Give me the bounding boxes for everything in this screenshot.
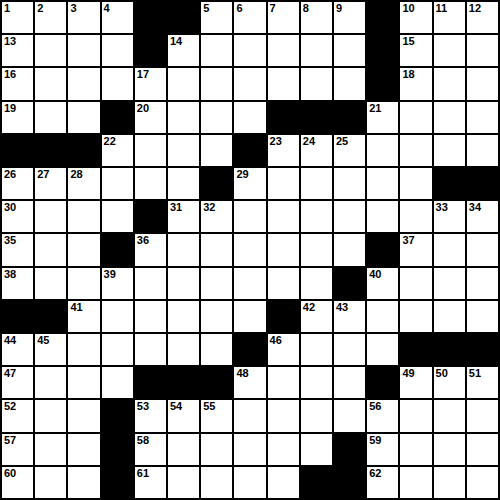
black-cell-r11c4 <box>135 367 166 398</box>
clue-number-4: 4 <box>104 2 110 15</box>
clue-number-50: 50 <box>436 367 448 380</box>
clue-number-51: 51 <box>469 367 481 380</box>
cell-r5c10[interactable] <box>334 168 365 199</box>
cell-r1c3[interactable] <box>102 35 133 66</box>
cell-r12c7[interactable] <box>234 400 265 431</box>
cell-r1c9[interactable] <box>301 35 332 66</box>
black-cell-r4c7 <box>234 135 265 166</box>
cell-r9c12[interactable] <box>400 301 431 332</box>
cell-r13c8[interactable] <box>268 434 299 465</box>
cell-r10c4[interactable] <box>135 334 166 365</box>
cell-r3c0[interactable]: 19 <box>2 102 33 133</box>
clue-number-59: 59 <box>369 434 381 447</box>
cell-r1c1[interactable] <box>35 35 66 66</box>
cell-r7c0[interactable]: 35 <box>2 234 33 265</box>
cell-r2c9[interactable] <box>301 68 332 99</box>
cell-r14c13[interactable] <box>434 467 465 498</box>
clue-number-9: 9 <box>336 2 342 15</box>
cell-r5c5[interactable] <box>168 168 199 199</box>
cell-r7c1[interactable] <box>35 234 66 265</box>
cell-r13c7[interactable] <box>234 434 265 465</box>
cell-r1c2[interactable] <box>68 35 99 66</box>
cell-r11c9[interactable] <box>301 367 332 398</box>
cell-r4c3[interactable]: 22 <box>102 135 133 166</box>
clue-number-31: 31 <box>170 201 182 214</box>
cell-r14c11[interactable]: 62 <box>367 467 398 498</box>
cell-r8c8[interactable] <box>268 268 299 299</box>
clue-number-21: 21 <box>369 102 381 115</box>
cell-r14c7[interactable] <box>234 467 265 498</box>
cell-r13c2[interactable] <box>68 434 99 465</box>
clue-number-42: 42 <box>303 301 315 314</box>
black-cell-r0c5 <box>168 2 199 33</box>
cell-r9c6[interactable] <box>201 301 232 332</box>
cell-r0c10[interactable]: 9 <box>334 2 365 33</box>
cell-r7c6[interactable] <box>201 234 232 265</box>
cell-r11c2[interactable] <box>68 367 99 398</box>
cell-r12c10[interactable] <box>334 400 365 431</box>
cell-r3c13[interactable] <box>434 102 465 133</box>
cell-r4c12[interactable] <box>400 135 431 166</box>
black-cell-r11c5 <box>168 367 199 398</box>
cell-r1c14[interactable] <box>467 35 498 66</box>
cell-r5c11[interactable] <box>367 168 398 199</box>
clue-number-48: 48 <box>236 367 248 380</box>
cell-r10c3[interactable] <box>102 334 133 365</box>
cell-r2c2[interactable] <box>68 68 99 99</box>
clue-number-60: 60 <box>4 467 16 480</box>
cell-r9c13[interactable] <box>434 301 465 332</box>
cell-r0c7[interactable]: 6 <box>234 2 265 33</box>
clue-number-15: 15 <box>402 35 414 48</box>
cell-r2c5[interactable] <box>168 68 199 99</box>
black-cell-r4c0 <box>2 135 33 166</box>
cell-r7c8[interactable] <box>268 234 299 265</box>
cell-r12c13[interactable] <box>434 400 465 431</box>
cell-r6c5[interactable]: 31 <box>168 201 199 232</box>
clue-number-36: 36 <box>137 234 149 247</box>
cell-r0c3[interactable]: 4 <box>102 2 133 33</box>
clue-number-24: 24 <box>303 135 315 148</box>
clue-number-53: 53 <box>137 400 149 413</box>
cell-r6c10[interactable] <box>334 201 365 232</box>
cell-r7c13[interactable] <box>434 234 465 265</box>
cell-r10c10[interactable] <box>334 334 365 365</box>
cell-r11c8[interactable] <box>268 367 299 398</box>
clue-number-28: 28 <box>70 168 82 181</box>
cell-r12c4[interactable]: 53 <box>135 400 166 431</box>
clue-number-14: 14 <box>170 35 182 48</box>
cell-r13c0[interactable]: 57 <box>2 434 33 465</box>
cell-r5c7[interactable]: 29 <box>234 168 265 199</box>
clue-number-33: 33 <box>436 201 448 214</box>
cell-r3c1[interactable] <box>35 102 66 133</box>
cell-r5c8[interactable] <box>268 168 299 199</box>
clue-number-22: 22 <box>104 135 116 148</box>
cell-r3c11[interactable]: 21 <box>367 102 398 133</box>
cell-r8c1[interactable] <box>35 268 66 299</box>
cell-r3c14[interactable] <box>467 102 498 133</box>
cell-r6c3[interactable] <box>102 201 133 232</box>
cell-r0c8[interactable]: 7 <box>268 2 299 33</box>
black-cell-r6c4 <box>135 201 166 232</box>
cell-r9c9[interactable]: 42 <box>301 301 332 332</box>
cell-r14c6[interactable] <box>201 467 232 498</box>
cell-r2c10[interactable] <box>334 68 365 99</box>
black-cell-r3c3 <box>102 102 133 133</box>
black-cell-r10c13 <box>434 334 465 365</box>
clue-number-62: 62 <box>369 467 381 480</box>
cell-r0c13[interactable]: 11 <box>434 2 465 33</box>
cell-r7c7[interactable] <box>234 234 265 265</box>
black-cell-r13c10 <box>334 434 365 465</box>
cell-r7c4[interactable]: 36 <box>135 234 166 265</box>
black-cell-r5c13 <box>434 168 465 199</box>
cell-r1c5[interactable]: 14 <box>168 35 199 66</box>
clue-number-44: 44 <box>4 334 16 347</box>
clue-number-1: 1 <box>4 2 10 15</box>
clue-number-37: 37 <box>402 234 414 247</box>
cell-r12c9[interactable] <box>301 400 332 431</box>
cell-r3c4[interactable]: 20 <box>135 102 166 133</box>
clue-number-6: 6 <box>236 2 242 15</box>
cell-r13c6[interactable] <box>201 434 232 465</box>
cell-r0c0[interactable]: 1 <box>2 2 33 33</box>
cell-r9c5[interactable] <box>168 301 199 332</box>
cell-r6c7[interactable] <box>234 201 265 232</box>
clue-number-34: 34 <box>469 201 481 214</box>
black-cell-r14c3 <box>102 467 133 498</box>
cell-r10c6[interactable] <box>201 334 232 365</box>
cell-r9c14[interactable] <box>467 301 498 332</box>
cell-r1c6[interactable] <box>201 35 232 66</box>
clue-number-17: 17 <box>137 68 149 81</box>
cell-r14c0[interactable]: 60 <box>2 467 33 498</box>
clue-number-46: 46 <box>270 334 282 347</box>
black-cell-r10c12 <box>400 334 431 365</box>
black-cell-r3c8 <box>268 102 299 133</box>
cell-r5c3[interactable] <box>102 168 133 199</box>
cell-r1c10[interactable] <box>334 35 365 66</box>
clue-number-35: 35 <box>4 234 16 247</box>
clue-number-3: 3 <box>70 2 76 15</box>
clue-number-32: 32 <box>203 201 215 214</box>
black-cell-r7c11 <box>367 234 398 265</box>
cell-r4c6[interactable] <box>201 135 232 166</box>
cell-r8c2[interactable] <box>68 268 99 299</box>
clue-number-45: 45 <box>37 334 49 347</box>
cell-r13c9[interactable] <box>301 434 332 465</box>
cell-r14c1[interactable] <box>35 467 66 498</box>
cell-r2c7[interactable] <box>234 68 265 99</box>
cell-r3c7[interactable] <box>234 102 265 133</box>
cell-r12c6[interactable]: 55 <box>201 400 232 431</box>
cell-r8c11[interactable]: 40 <box>367 268 398 299</box>
black-cell-r3c9 <box>301 102 332 133</box>
cell-r4c8[interactable]: 23 <box>268 135 299 166</box>
black-cell-r4c1 <box>35 135 66 166</box>
clue-number-30: 30 <box>4 201 16 214</box>
black-cell-r0c4 <box>135 2 166 33</box>
cell-r12c8[interactable] <box>268 400 299 431</box>
cell-r0c9[interactable]: 8 <box>301 2 332 33</box>
clue-number-23: 23 <box>270 135 282 148</box>
cell-r13c13[interactable] <box>434 434 465 465</box>
cell-r2c6[interactable] <box>201 68 232 99</box>
cell-r2c8[interactable] <box>268 68 299 99</box>
cell-r10c0[interactable]: 44 <box>2 334 33 365</box>
cell-r7c2[interactable] <box>68 234 99 265</box>
cell-r8c12[interactable] <box>400 268 431 299</box>
clue-number-43: 43 <box>336 301 348 314</box>
clue-number-2: 2 <box>37 2 43 15</box>
cell-r14c5[interactable] <box>168 467 199 498</box>
cell-r11c3[interactable] <box>102 367 133 398</box>
cell-r7c9[interactable] <box>301 234 332 265</box>
clue-number-11: 11 <box>436 2 448 15</box>
cell-r8c5[interactable] <box>168 268 199 299</box>
clue-number-41: 41 <box>70 301 82 314</box>
clue-number-40: 40 <box>369 268 381 281</box>
cell-r7c12[interactable]: 37 <box>400 234 431 265</box>
cell-r13c4[interactable]: 58 <box>135 434 166 465</box>
cell-r11c14[interactable]: 51 <box>467 367 498 398</box>
cell-r11c13[interactable]: 50 <box>434 367 465 398</box>
cell-r0c2[interactable]: 3 <box>68 2 99 33</box>
clue-number-27: 27 <box>37 168 49 181</box>
clue-number-29: 29 <box>236 168 248 181</box>
cell-r6c1[interactable] <box>35 201 66 232</box>
cell-r1c12[interactable]: 15 <box>400 35 431 66</box>
crossword-grid: 1234567891011121314151617181920212223242… <box>0 0 500 500</box>
cell-r5c12[interactable] <box>400 168 431 199</box>
black-cell-r12c3 <box>102 400 133 431</box>
cell-r3c5[interactable] <box>168 102 199 133</box>
cell-r9c7[interactable] <box>234 301 265 332</box>
cell-r1c13[interactable] <box>434 35 465 66</box>
cell-r5c4[interactable] <box>135 168 166 199</box>
cell-r10c5[interactable] <box>168 334 199 365</box>
clue-number-7: 7 <box>270 2 276 15</box>
cell-r9c11[interactable] <box>367 301 398 332</box>
cell-r8c14[interactable] <box>467 268 498 299</box>
cell-r14c14[interactable] <box>467 467 498 498</box>
clue-number-56: 56 <box>369 400 381 413</box>
cell-r8c7[interactable] <box>234 268 265 299</box>
clue-number-5: 5 <box>203 2 209 15</box>
cell-r6c2[interactable] <box>68 201 99 232</box>
cell-r9c3[interactable] <box>102 301 133 332</box>
black-cell-r11c6 <box>201 367 232 398</box>
cell-r2c3[interactable] <box>102 68 133 99</box>
cell-r11c10[interactable] <box>334 367 365 398</box>
cell-r6c13[interactable]: 33 <box>434 201 465 232</box>
black-cell-r3c10 <box>334 102 365 133</box>
cell-r7c14[interactable] <box>467 234 498 265</box>
cell-r7c5[interactable] <box>168 234 199 265</box>
cell-r6c8[interactable] <box>268 201 299 232</box>
cell-r5c9[interactable] <box>301 168 332 199</box>
black-cell-r1c11 <box>367 35 398 66</box>
cell-r13c14[interactable] <box>467 434 498 465</box>
cell-r12c11[interactable]: 56 <box>367 400 398 431</box>
clue-number-8: 8 <box>303 2 309 15</box>
clue-number-18: 18 <box>402 68 414 81</box>
cell-r0c14[interactable]: 12 <box>467 2 498 33</box>
black-cell-r10c7 <box>234 334 265 365</box>
cell-r4c13[interactable] <box>434 135 465 166</box>
cell-r8c9[interactable] <box>301 268 332 299</box>
cell-r0c6[interactable]: 5 <box>201 2 232 33</box>
clue-number-61: 61 <box>137 467 149 480</box>
clue-number-26: 26 <box>4 168 16 181</box>
black-cell-r11c11 <box>367 367 398 398</box>
cell-r6c9[interactable] <box>301 201 332 232</box>
clue-number-54: 54 <box>170 400 182 413</box>
cell-r10c1[interactable]: 45 <box>35 334 66 365</box>
clue-number-49: 49 <box>402 367 414 380</box>
cell-r11c1[interactable] <box>35 367 66 398</box>
black-cell-r9c1 <box>35 301 66 332</box>
cell-r13c5[interactable] <box>168 434 199 465</box>
clue-number-13: 13 <box>4 35 16 48</box>
cell-r4c9[interactable]: 24 <box>301 135 332 166</box>
clue-number-52: 52 <box>4 400 16 413</box>
cell-r9c2[interactable]: 41 <box>68 301 99 332</box>
cell-r6c11[interactable] <box>367 201 398 232</box>
clue-number-10: 10 <box>402 2 414 15</box>
cell-r0c1[interactable]: 2 <box>35 2 66 33</box>
cell-r5c1[interactable]: 27 <box>35 168 66 199</box>
cell-r8c4[interactable] <box>135 268 166 299</box>
clue-number-19: 19 <box>4 102 16 115</box>
cell-r3c2[interactable] <box>68 102 99 133</box>
clue-number-12: 12 <box>469 2 481 15</box>
cell-r2c4[interactable]: 17 <box>135 68 166 99</box>
cell-r11c0[interactable]: 47 <box>2 367 33 398</box>
cell-r5c2[interactable]: 28 <box>68 168 99 199</box>
black-cell-r0c11 <box>367 2 398 33</box>
cell-r9c4[interactable] <box>135 301 166 332</box>
cell-r4c4[interactable] <box>135 135 166 166</box>
cell-r10c9[interactable] <box>301 334 332 365</box>
black-cell-r14c10 <box>334 467 365 498</box>
cell-r2c0[interactable]: 16 <box>2 68 33 99</box>
cell-r11c12[interactable]: 49 <box>400 367 431 398</box>
cell-r1c0[interactable]: 13 <box>2 35 33 66</box>
clue-number-57: 57 <box>4 434 16 447</box>
cell-r8c13[interactable] <box>434 268 465 299</box>
cell-r12c5[interactable]: 54 <box>168 400 199 431</box>
cell-r12c12[interactable] <box>400 400 431 431</box>
cell-r13c1[interactable] <box>35 434 66 465</box>
cell-r2c1[interactable] <box>35 68 66 99</box>
cell-r7c10[interactable] <box>334 234 365 265</box>
clue-number-25: 25 <box>336 135 348 148</box>
cell-r9c10[interactable]: 43 <box>334 301 365 332</box>
cell-r10c2[interactable] <box>68 334 99 365</box>
cell-r2c13[interactable] <box>434 68 465 99</box>
cell-r10c8[interactable]: 46 <box>268 334 299 365</box>
cell-r14c2[interactable] <box>68 467 99 498</box>
black-cell-r1c4 <box>135 35 166 66</box>
cell-r11c7[interactable]: 48 <box>234 367 265 398</box>
black-cell-r5c6 <box>201 168 232 199</box>
cell-r13c12[interactable] <box>400 434 431 465</box>
cell-r14c12[interactable] <box>400 467 431 498</box>
clue-number-47: 47 <box>4 367 16 380</box>
black-cell-r7c3 <box>102 234 133 265</box>
cell-r1c7[interactable] <box>234 35 265 66</box>
cell-r3c12[interactable] <box>400 102 431 133</box>
cell-r4c5[interactable] <box>168 135 199 166</box>
cell-r14c8[interactable] <box>268 467 299 498</box>
cell-r3c6[interactable] <box>201 102 232 133</box>
cell-r8c6[interactable] <box>201 268 232 299</box>
cell-r6c6[interactable]: 32 <box>201 201 232 232</box>
clue-number-55: 55 <box>203 400 215 413</box>
clue-number-20: 20 <box>137 102 149 115</box>
clue-number-38: 38 <box>4 268 16 281</box>
black-cell-r13c3 <box>102 434 133 465</box>
cell-r8c3[interactable]: 39 <box>102 268 133 299</box>
black-cell-r14c9 <box>301 467 332 498</box>
cell-r4c11[interactable] <box>367 135 398 166</box>
cell-r12c0[interactable]: 52 <box>2 400 33 431</box>
cell-r13c11[interactable]: 59 <box>367 434 398 465</box>
black-cell-r9c8 <box>268 301 299 332</box>
cell-r12c1[interactable] <box>35 400 66 431</box>
cell-r5c0[interactable]: 26 <box>2 168 33 199</box>
cell-r6c0[interactable]: 30 <box>2 201 33 232</box>
cell-r4c10[interactable]: 25 <box>334 135 365 166</box>
black-cell-r2c11 <box>367 68 398 99</box>
black-cell-r8c10 <box>334 268 365 299</box>
clue-number-16: 16 <box>4 68 16 81</box>
cell-r10c11[interactable] <box>367 334 398 365</box>
black-cell-r9c0 <box>2 301 33 332</box>
cell-r0c12[interactable]: 10 <box>400 2 431 33</box>
cell-r8c0[interactable]: 38 <box>2 268 33 299</box>
cell-r12c2[interactable] <box>68 400 99 431</box>
cell-r2c12[interactable]: 18 <box>400 68 431 99</box>
clue-number-58: 58 <box>137 434 149 447</box>
cell-r2c14[interactable] <box>467 68 498 99</box>
cell-r6c14[interactable]: 34 <box>467 201 498 232</box>
clue-number-39: 39 <box>104 268 116 281</box>
cell-r12c14[interactable] <box>467 400 498 431</box>
black-cell-r10c14 <box>467 334 498 365</box>
cell-r14c4[interactable]: 61 <box>135 467 166 498</box>
cell-r4c14[interactable] <box>467 135 498 166</box>
cell-r1c8[interactable] <box>268 35 299 66</box>
black-cell-r5c14 <box>467 168 498 199</box>
black-cell-r4c2 <box>68 135 99 166</box>
cell-r6c12[interactable] <box>400 201 431 232</box>
